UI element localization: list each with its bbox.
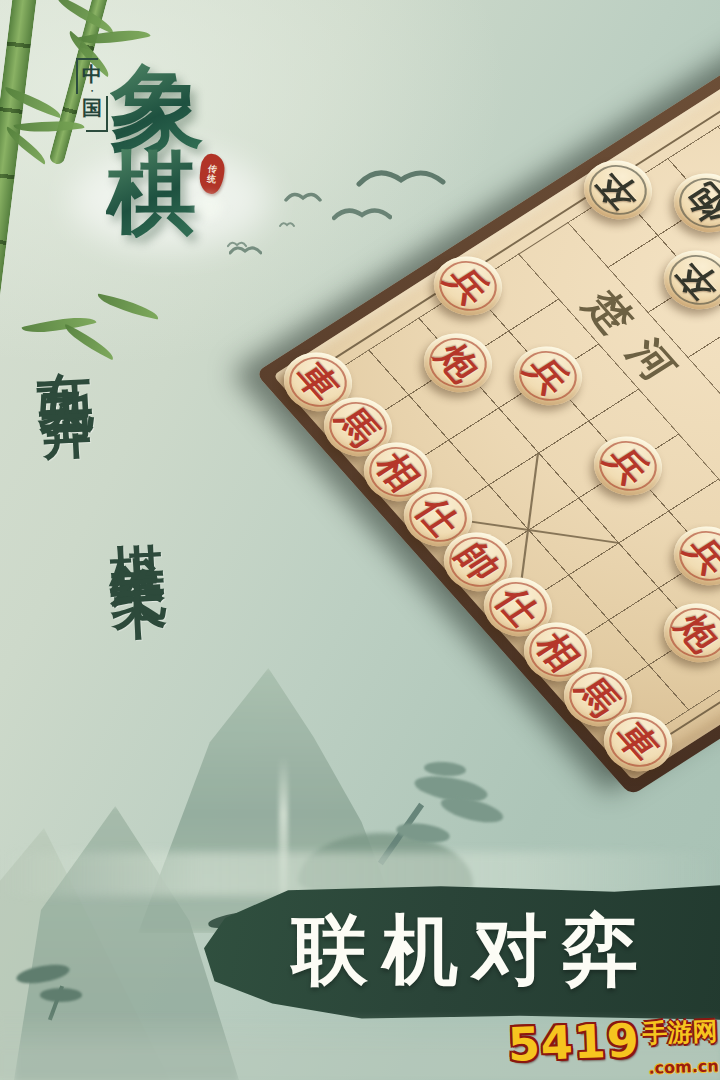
watermark-site-name: 手游网 bbox=[642, 1018, 718, 1046]
piece-red-兵[interactable]: 兵 bbox=[420, 245, 516, 327]
logo-char-zhong: 中 bbox=[76, 62, 108, 86]
xiangqi-board[interactable]: 楚河 車馬相仕帥仕相馬車炮炮兵兵兵兵兵卒卒卒卒卒炮炮車馬象士將士象馬車 bbox=[255, 40, 720, 796]
banner-label: 联机对弈 bbox=[282, 900, 652, 1003]
watermark-logo[interactable]: 5419 手游网 .com.cn bbox=[507, 1014, 719, 1080]
piece-red-炮[interactable]: 炮 bbox=[650, 592, 720, 674]
logo-country-text: 中 ・ 国 bbox=[76, 62, 108, 120]
logo-char-guo: 国 bbox=[76, 96, 108, 120]
slogan-column-2: 棋术绝天下 bbox=[96, 498, 173, 562]
bird-icon bbox=[279, 213, 295, 232]
pine-foliage bbox=[424, 761, 467, 778]
logo-dot: ・ bbox=[76, 86, 108, 96]
bamboo-stalk-large bbox=[0, 0, 38, 350]
piece-black-卒[interactable]: 卒 bbox=[570, 149, 666, 231]
watermark-number: 5419 bbox=[507, 1017, 641, 1068]
bird-icon bbox=[284, 188, 322, 208]
piece-layer: 車馬相仕帥仕相馬車炮炮兵兵兵兵兵卒卒卒卒卒炮炮車馬象士將士象馬車 bbox=[255, 40, 720, 796]
moon bbox=[196, 194, 222, 220]
piece-red-兵[interactable]: 兵 bbox=[580, 425, 676, 507]
bird-icon bbox=[229, 241, 262, 260]
slogan-column-1: 车驰马奔 bbox=[25, 324, 101, 376]
piece-black-卒[interactable]: 卒 bbox=[650, 239, 720, 321]
piece-red-兵[interactable]: 兵 bbox=[660, 515, 720, 597]
piece-black-炮[interactable]: 炮 bbox=[660, 162, 720, 244]
small-tree-foliage bbox=[40, 988, 82, 1002]
logo-country-frame: 中 ・ 国 bbox=[76, 58, 108, 132]
piece-red-炮[interactable]: 炮 bbox=[410, 322, 506, 404]
piece-red-兵[interactable]: 兵 bbox=[500, 335, 596, 417]
online-play-banner[interactable]: 联机对弈 bbox=[204, 882, 720, 1020]
seal-char-tong: 统 bbox=[199, 173, 224, 185]
bird-icon bbox=[332, 203, 392, 227]
logo-title-qi: 棋 bbox=[106, 148, 196, 238]
bamboo-leaf bbox=[95, 293, 160, 319]
bird-icon bbox=[356, 162, 446, 194]
promo-screen: 中 ・ 国 象 棋 传 统 车驰马奔 棋术绝天下 bbox=[0, 0, 720, 1080]
